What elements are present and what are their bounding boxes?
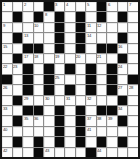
cell-r10c4[interactable] <box>34 96 44 105</box>
cell-r11c5[interactable] <box>44 106 54 115</box>
cell-r1c11[interactable]: 6 <box>107 2 117 11</box>
clue-number-39: 39 <box>108 116 112 120</box>
cell-r14c1[interactable] <box>2 137 12 146</box>
cell-r3c1[interactable]: 9 <box>2 23 12 32</box>
cell-r6c10[interactable]: 21 <box>97 54 107 63</box>
cell-r6c9[interactable] <box>86 54 96 63</box>
block-cell-r2c10 <box>97 12 107 21</box>
cell-r8c7[interactable] <box>65 75 75 84</box>
cell-r3c7[interactable] <box>65 23 75 32</box>
cell-r7c6[interactable] <box>55 64 65 73</box>
block-cell-r11c3 <box>23 106 33 115</box>
block-cell-r14c6 <box>55 137 65 146</box>
cell-r1c9[interactable]: 5 <box>86 2 96 11</box>
block-cell-r2c8 <box>76 12 86 21</box>
clue-number-6: 6 <box>108 2 110 6</box>
clue-number-1: 1 <box>3 2 5 6</box>
clue-number-15: 15 <box>3 44 7 48</box>
block-cell-r14c4 <box>34 137 44 146</box>
cell-r5c7[interactable] <box>65 44 75 53</box>
cell-r10c10[interactable] <box>97 96 107 105</box>
clue-number-36: 36 <box>34 116 38 120</box>
cell-r3c11[interactable] <box>107 23 117 32</box>
clue-number-28: 28 <box>129 85 133 89</box>
cell-r11c7[interactable] <box>65 106 75 115</box>
block-cell-r9c3 <box>23 85 33 94</box>
block-cell-r15c9 <box>86 148 96 157</box>
cell-r10c13[interactable] <box>128 96 138 105</box>
clue-number-12: 12 <box>97 23 101 27</box>
block-cell-r8c5 <box>44 75 54 84</box>
block-cell-r12c12 <box>118 116 128 125</box>
block-cell-r4c2 <box>13 33 23 42</box>
block-cell-r9c9 <box>86 85 96 94</box>
block-cell-r14c10 <box>97 137 107 146</box>
cell-r9c1[interactable]: 26 <box>2 85 12 94</box>
clue-number-5: 5 <box>87 2 89 6</box>
clue-number-8: 8 <box>45 12 47 16</box>
cell-r13c7[interactable] <box>65 127 75 136</box>
clue-number-32: 32 <box>87 96 91 100</box>
cell-r8c10[interactable] <box>97 75 107 84</box>
cell-r9c13[interactable]: 28 <box>128 85 138 94</box>
block-cell-r14c8 <box>76 137 86 146</box>
cell-r12c10[interactable]: 38 <box>97 116 107 125</box>
cell-r14c9[interactable] <box>86 137 96 146</box>
block-cell-r5c10 <box>97 44 107 53</box>
cell-r7c1[interactable]: 22 <box>2 64 12 73</box>
cell-r8c12[interactable] <box>118 75 128 84</box>
cell-r14c3[interactable] <box>23 137 33 146</box>
cell-r4c13[interactable] <box>128 33 138 42</box>
cell-r2c13[interactable] <box>128 12 138 21</box>
cell-r7c8[interactable] <box>76 64 86 73</box>
cell-r8c4[interactable] <box>34 75 44 84</box>
block-cell-r8c9 <box>86 75 96 84</box>
clue-number-22: 22 <box>3 64 7 68</box>
clue-number-17: 17 <box>24 54 28 58</box>
cell-r2c9[interactable] <box>86 12 96 21</box>
cell-r4c7[interactable] <box>65 33 75 42</box>
cell-r15c13[interactable] <box>128 148 138 157</box>
block-cell-r7c7 <box>65 64 75 73</box>
clue-number-27: 27 <box>118 85 122 89</box>
cell-r5c12[interactable]: 16 <box>118 44 128 53</box>
block-cell-r4c6 <box>55 33 65 42</box>
cell-r10c8[interactable] <box>76 96 86 105</box>
cell-r4c11[interactable] <box>107 33 117 42</box>
block-cell-r8c1 <box>2 75 12 84</box>
block-cell-r7c9 <box>86 64 96 73</box>
block-cell-r10c12 <box>118 96 128 105</box>
cell-r9c4[interactable] <box>34 85 44 94</box>
cell-r8c6[interactable]: 25 <box>55 75 65 84</box>
cell-r10c11[interactable] <box>107 96 117 105</box>
block-cell-r5c8 <box>76 44 86 53</box>
clue-number-42: 42 <box>3 148 7 152</box>
cell-r4c5[interactable] <box>44 33 54 42</box>
cell-r14c11[interactable] <box>107 137 117 146</box>
clue-number-16: 16 <box>118 44 122 48</box>
cell-r13c13[interactable] <box>128 127 138 136</box>
cell-r5c2[interactable] <box>13 44 23 53</box>
cell-r6c6[interactable]: 19 <box>55 54 65 63</box>
cell-r15c6[interactable] <box>55 148 65 157</box>
cell-r15c7[interactable] <box>65 148 75 157</box>
cell-r3c5[interactable] <box>44 23 54 32</box>
block-cell-r5c3 <box>23 44 33 53</box>
cell-r2c11[interactable] <box>107 12 117 21</box>
cell-r12c3[interactable]: 35 <box>23 116 33 125</box>
cell-r11c2[interactable] <box>13 106 23 115</box>
cell-r15c10[interactable]: 44 <box>97 148 107 157</box>
cell-r2c1[interactable] <box>2 12 12 21</box>
block-cell-r1c10 <box>97 2 107 11</box>
block-cell-r7c5 <box>44 64 54 73</box>
block-cell-r7c11 <box>107 64 117 73</box>
cell-r13c4[interactable] <box>34 127 44 136</box>
cell-r4c10[interactable] <box>97 33 107 42</box>
clue-number-10: 10 <box>34 23 38 27</box>
clue-number-33: 33 <box>3 106 7 110</box>
block-cell-r12c8 <box>76 116 86 125</box>
clue-number-31: 31 <box>66 96 70 100</box>
cell-r10c3[interactable]: 29 <box>23 96 33 105</box>
cell-r12c13[interactable] <box>128 116 138 125</box>
cell-r7c13[interactable] <box>128 64 138 73</box>
block-cell-r2c2 <box>13 12 23 21</box>
cell-r1c7[interactable]: 4 <box>65 2 75 11</box>
cell-r2c7[interactable] <box>65 12 75 21</box>
block-cell-r2c6 <box>55 12 65 21</box>
cell-r9c10[interactable] <box>97 85 107 94</box>
clue-number-37: 37 <box>87 116 91 120</box>
cell-r2c3[interactable] <box>23 12 33 21</box>
clue-number-38: 38 <box>97 116 101 120</box>
cell-r13c3[interactable] <box>23 127 33 136</box>
clue-number-30: 30 <box>45 96 49 100</box>
cell-r3c13[interactable] <box>128 23 138 32</box>
cell-r13c2[interactable] <box>13 127 23 136</box>
block-cell-r11c8 <box>76 106 86 115</box>
clue-number-14: 14 <box>87 33 91 37</box>
cell-r1c2[interactable] <box>13 2 23 11</box>
cell-r1c8[interactable] <box>76 2 86 11</box>
clue-number-44: 44 <box>97 148 101 152</box>
clue-number-43: 43 <box>45 148 49 152</box>
block-cell-r6c12 <box>118 54 128 63</box>
cell-r1c6[interactable]: 3 <box>55 2 65 11</box>
cell-r13c12[interactable] <box>118 127 128 136</box>
cell-r6c5[interactable] <box>44 54 54 63</box>
block-cell-r3c6 <box>55 23 65 32</box>
cell-r5c1[interactable]: 15 <box>2 44 12 53</box>
cell-r11c12[interactable]: 34 <box>118 106 128 115</box>
block-cell-r9c5 <box>44 85 54 94</box>
clue-number-41: 41 <box>87 127 91 131</box>
cell-r15c3[interactable] <box>23 148 33 157</box>
cell-r3c4[interactable]: 10 <box>34 23 44 32</box>
block-cell-r11c10 <box>97 106 107 115</box>
cell-r1c1[interactable]: 1 <box>2 2 12 11</box>
block-cell-r15c4 <box>34 148 44 157</box>
cell-r13c10[interactable] <box>97 127 107 136</box>
cell-r6c7[interactable] <box>65 54 75 63</box>
clue-number-34: 34 <box>118 106 122 110</box>
clue-number-9: 9 <box>3 23 5 27</box>
clue-number-35: 35 <box>24 116 28 120</box>
cell-r2c5[interactable]: 8 <box>44 12 54 21</box>
cell-r12c1[interactable] <box>2 116 12 125</box>
cell-r6c1[interactable] <box>2 54 12 63</box>
clue-number-7: 7 <box>129 2 131 6</box>
cell-r7c12[interactable]: 24 <box>118 64 128 73</box>
cell-r11c1[interactable]: 33 <box>2 106 12 115</box>
cell-r13c9[interactable]: 41 <box>86 127 96 136</box>
block-cell-r7c3 <box>23 64 33 73</box>
cell-r5c9[interactable] <box>86 44 96 53</box>
block-cell-r12c6 <box>55 116 65 125</box>
block-cell-r11c6 <box>55 106 65 115</box>
clue-number-4: 4 <box>66 2 68 6</box>
clue-number-40: 40 <box>3 127 7 131</box>
cell-r15c12[interactable] <box>118 148 128 157</box>
cell-r12c11[interactable]: 39 <box>107 116 117 125</box>
cell-r4c3[interactable]: 13 <box>23 33 33 42</box>
cell-r1c3[interactable]: 2 <box>23 2 33 11</box>
block-cell-r14c12 <box>118 137 128 146</box>
block-cell-r9c11 <box>107 85 117 94</box>
block-cell-r2c12 <box>118 12 128 21</box>
cell-r1c12[interactable] <box>118 2 128 11</box>
cell-r15c1[interactable]: 42 <box>2 148 12 157</box>
cell-r7c2[interactable]: 23 <box>13 64 23 73</box>
clue-number-20: 20 <box>76 54 80 58</box>
block-cell-r5c6 <box>55 44 65 53</box>
block-cell-r6c2 <box>13 54 23 63</box>
cell-r14c5[interactable] <box>44 137 54 146</box>
cell-r8c2[interactable] <box>13 75 23 84</box>
cell-r7c4[interactable] <box>34 64 44 73</box>
cell-r3c2[interactable] <box>13 23 23 32</box>
clue-number-18: 18 <box>34 54 38 58</box>
cell-r9c8[interactable] <box>76 85 86 94</box>
cell-r7c10[interactable] <box>97 64 107 73</box>
cell-r10c6[interactable] <box>55 96 65 105</box>
cell-r14c13[interactable] <box>128 137 138 146</box>
clue-number-13: 13 <box>24 33 28 37</box>
block-cell-r4c8 <box>76 33 86 42</box>
block-cell-r10c2 <box>13 96 23 105</box>
cell-r12c9[interactable]: 37 <box>86 116 96 125</box>
block-cell-r12c2 <box>13 116 23 125</box>
cell-r11c13[interactable] <box>128 106 138 115</box>
cell-r15c11[interactable] <box>107 148 117 157</box>
block-cell-r8c13 <box>128 75 138 84</box>
cell-r14c7[interactable] <box>65 137 75 146</box>
block-cell-r2c4 <box>34 12 44 21</box>
cell-r6c4[interactable]: 18 <box>34 54 44 63</box>
cell-r6c13[interactable] <box>128 54 138 63</box>
cell-r12c4[interactable]: 36 <box>34 116 44 125</box>
clue-number-29: 29 <box>24 96 28 100</box>
cell-r10c1[interactable] <box>2 96 12 105</box>
block-cell-r4c12 <box>118 33 128 42</box>
cell-r13c1[interactable]: 40 <box>2 127 12 136</box>
clue-number-3: 3 <box>55 2 57 6</box>
clue-number-23: 23 <box>13 64 17 68</box>
cell-r15c8[interactable] <box>76 148 86 157</box>
cell-r9c6[interactable] <box>55 85 65 94</box>
cell-r3c3[interactable] <box>23 23 33 32</box>
block-cell-r5c11 <box>107 44 117 53</box>
block-cell-r8c11 <box>107 75 117 84</box>
cell-r1c13[interactable]: 7 <box>128 2 138 11</box>
cell-r3c12[interactable] <box>118 23 128 32</box>
cell-r4c1[interactable] <box>2 33 12 42</box>
cell-r15c2[interactable] <box>13 148 23 157</box>
block-cell-r1c5 <box>44 2 54 11</box>
clue-number-19: 19 <box>55 54 59 58</box>
block-cell-r11c11 <box>107 106 117 115</box>
cell-r5c5[interactable] <box>44 44 54 53</box>
cell-r8c8[interactable] <box>76 75 86 84</box>
block-cell-r3c8 <box>76 23 86 32</box>
block-cell-r8c3 <box>23 75 33 84</box>
cell-r10c7[interactable]: 31 <box>65 96 75 105</box>
clue-number-25: 25 <box>55 75 59 79</box>
clue-number-26: 26 <box>3 85 7 89</box>
block-cell-r13c6 <box>55 127 65 136</box>
cell-r9c2[interactable] <box>13 85 23 94</box>
crossword-grid: 1234567891011121314151617181920212223242… <box>0 0 140 159</box>
cell-r12c5[interactable] <box>44 116 54 125</box>
cell-r6c8[interactable]: 20 <box>76 54 86 63</box>
block-cell-r14c2 <box>13 137 23 146</box>
cell-r13c11[interactable] <box>107 127 117 136</box>
cell-r4c4[interactable] <box>34 33 44 42</box>
block-cell-r11c4 <box>34 106 44 115</box>
cell-r10c9[interactable]: 32 <box>86 96 96 105</box>
cell-r10c5[interactable]: 30 <box>44 96 54 105</box>
cell-r1c4[interactable] <box>34 2 44 11</box>
cell-r3c9[interactable]: 11 <box>86 23 96 32</box>
cell-r13c5[interactable] <box>44 127 54 136</box>
clue-number-2: 2 <box>24 2 26 6</box>
cell-r9c12[interactable]: 27 <box>118 85 128 94</box>
cell-r5c13[interactable] <box>128 44 138 53</box>
block-cell-r5c4 <box>34 44 44 53</box>
clue-number-21: 21 <box>97 54 101 58</box>
cell-r6c3[interactable]: 17 <box>23 54 33 63</box>
cell-r6c11[interactable] <box>107 54 117 63</box>
block-cell-r9c7 <box>65 85 75 94</box>
cell-r4c9[interactable]: 14 <box>86 33 96 42</box>
clue-number-11: 11 <box>87 23 91 27</box>
block-cell-r13c8 <box>76 127 86 136</box>
cell-r15c5[interactable]: 43 <box>44 148 54 157</box>
clue-number-24: 24 <box>118 64 122 68</box>
cell-r3c10[interactable]: 12 <box>97 23 107 32</box>
cell-r11c9[interactable] <box>86 106 96 115</box>
cell-r12c7[interactable] <box>65 116 75 125</box>
